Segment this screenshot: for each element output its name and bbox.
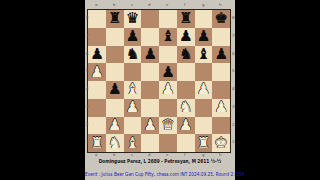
- black-pawn-b4[interactable]: ♟: [108, 82, 121, 97]
- square-d8[interactable]: [141, 10, 159, 28]
- black-knight-c6[interactable]: ♞: [126, 46, 139, 61]
- rank-label-left-8: 8: [86, 16, 89, 20]
- event-line: Event : Julius Baer Gen Cup Fifty, chess…: [85, 171, 235, 178]
- square-b6[interactable]: [106, 46, 124, 64]
- black-pawn-d6[interactable]: ♟: [143, 46, 156, 61]
- square-d4[interactable]: [141, 81, 159, 99]
- rank-label-right-6: 6: [232, 52, 235, 56]
- square-f8[interactable]: ♜: [177, 10, 195, 28]
- square-c1[interactable]: ♝: [124, 134, 142, 152]
- white-king-h1[interactable]: ♚: [214, 135, 227, 150]
- square-h2[interactable]: [212, 117, 230, 135]
- white-pawn-b2[interactable]: ♟: [108, 117, 121, 132]
- black-pawn-e5[interactable]: ♟: [161, 64, 174, 79]
- file-label-top-e: e: [166, 3, 168, 7]
- square-c3[interactable]: ♟: [124, 99, 142, 117]
- square-a4[interactable]: [88, 81, 106, 99]
- square-d1[interactable]: [141, 134, 159, 152]
- square-h3[interactable]: ♟: [212, 99, 230, 117]
- square-f3[interactable]: ♞: [177, 99, 195, 117]
- white-bishop-c1[interactable]: ♝: [126, 135, 139, 150]
- square-a6[interactable]: ♟: [88, 46, 106, 64]
- square-e8[interactable]: [159, 10, 177, 28]
- black-bishop-g6[interactable]: ♝: [197, 46, 210, 61]
- square-c7[interactable]: ♟: [124, 28, 142, 46]
- white-pawn-f2[interactable]: ♟: [179, 117, 192, 132]
- chess-board: ♜♛♜♚♟♝♟♟♟♞♟♞♝♟♟♟♟♝♟♟♟♞♟♟♟♛♟♜♞♝♜♚: [87, 9, 231, 153]
- square-e4[interactable]: ♟: [159, 81, 177, 99]
- square-e1[interactable]: [159, 134, 177, 152]
- file-label-bottom-b: b: [113, 153, 116, 157]
- square-b8[interactable]: ♜: [106, 10, 124, 28]
- rank-label-left-7: 7: [86, 34, 89, 38]
- file-label-bottom-a: a: [95, 153, 97, 157]
- file-label-top-h: h: [219, 3, 222, 7]
- rank-label-left-1: 1: [86, 140, 89, 144]
- rank-label-right-2: 2: [232, 123, 235, 127]
- square-a7[interactable]: [88, 28, 106, 46]
- square-f7[interactable]: ♟: [177, 28, 195, 46]
- black-rook-f8[interactable]: ♜: [179, 11, 192, 26]
- file-label-top-d: d: [148, 3, 151, 7]
- square-f4[interactable]: [177, 81, 195, 99]
- square-b1[interactable]: ♞: [106, 134, 124, 152]
- file-label-top-f: f: [184, 3, 185, 7]
- white-pawn-e4[interactable]: ♟: [161, 82, 174, 97]
- square-g6[interactable]: ♝: [195, 46, 213, 64]
- rank-label-left-2: 2: [86, 123, 89, 127]
- square-e3[interactable]: [159, 99, 177, 117]
- square-b4[interactable]: ♟: [106, 81, 124, 99]
- square-f2[interactable]: ♟: [177, 117, 195, 135]
- square-b2[interactable]: ♟: [106, 117, 124, 135]
- black-rook-b8[interactable]: ♜: [108, 11, 121, 26]
- players-result-line: Dominguez Perez, L 2689 - Petrosyan, M 2…: [85, 158, 235, 165]
- square-a5[interactable]: ♟: [88, 63, 106, 81]
- black-pawn-h6[interactable]: ♟: [214, 46, 227, 61]
- pillarbox-right: [235, 0, 320, 180]
- file-label-bottom-c: c: [131, 153, 133, 157]
- square-e5[interactable]: ♟: [159, 63, 177, 81]
- file-label-bottom-g: g: [202, 153, 205, 157]
- white-knight-b1[interactable]: ♞: [108, 135, 121, 150]
- square-d5[interactable]: [141, 63, 159, 81]
- square-b5[interactable]: [106, 63, 124, 81]
- square-d7[interactable]: [141, 28, 159, 46]
- square-e6[interactable]: [159, 46, 177, 64]
- rank-label-left-4: 4: [86, 87, 89, 91]
- square-d2[interactable]: ♟: [141, 117, 159, 135]
- square-a3[interactable]: [88, 99, 106, 117]
- rank-label-right-7: 7: [232, 34, 235, 38]
- black-pawn-a6[interactable]: ♟: [90, 46, 103, 61]
- square-g7[interactable]: ♟: [195, 28, 213, 46]
- black-pawn-f7[interactable]: ♟: [179, 29, 192, 44]
- file-label-top-b: b: [113, 3, 116, 7]
- file-label-top-g: g: [202, 3, 205, 7]
- white-pawn-a5[interactable]: ♟: [90, 64, 103, 79]
- square-c5[interactable]: [124, 63, 142, 81]
- square-d6[interactable]: ♟: [141, 46, 159, 64]
- square-h4[interactable]: [212, 81, 230, 99]
- square-a8[interactable]: [88, 10, 106, 28]
- white-pawn-h3[interactable]: ♟: [214, 100, 227, 115]
- square-c8[interactable]: ♛: [124, 10, 142, 28]
- rank-label-right-8: 8: [232, 16, 235, 20]
- square-c2[interactable]: [124, 117, 142, 135]
- rank-label-right-4: 4: [232, 87, 235, 91]
- square-g4[interactable]: ♟: [195, 81, 213, 99]
- black-pawn-c7[interactable]: ♟: [126, 29, 139, 44]
- square-g5[interactable]: [195, 63, 213, 81]
- square-b7[interactable]: [106, 28, 124, 46]
- square-h1[interactable]: ♚: [212, 134, 230, 152]
- square-g1[interactable]: ♜: [195, 134, 213, 152]
- square-h5[interactable]: [212, 63, 230, 81]
- square-g8[interactable]: [195, 10, 213, 28]
- black-king-h8[interactable]: ♚: [214, 11, 227, 26]
- square-f6[interactable]: ♞: [177, 46, 195, 64]
- square-e7[interactable]: ♝: [159, 28, 177, 46]
- black-knight-f6[interactable]: ♞: [179, 46, 192, 61]
- square-b3[interactable]: [106, 99, 124, 117]
- square-h7[interactable]: [212, 28, 230, 46]
- rank-label-right-5: 5: [232, 69, 235, 73]
- square-h8[interactable]: ♚: [212, 10, 230, 28]
- square-c6[interactable]: ♞: [124, 46, 142, 64]
- square-g2[interactable]: [195, 117, 213, 135]
- square-c4[interactable]: ♝: [124, 81, 142, 99]
- rank-label-right-3: 3: [232, 105, 235, 109]
- black-bishop-e7[interactable]: ♝: [161, 29, 174, 44]
- square-a2[interactable]: [88, 117, 106, 135]
- white-bishop-c4[interactable]: ♝: [126, 82, 139, 97]
- rank-label-right-1: 1: [232, 140, 235, 144]
- square-d3[interactable]: [141, 99, 159, 117]
- white-pawn-g4[interactable]: ♟: [197, 82, 210, 97]
- black-queen-c8[interactable]: ♛: [126, 11, 139, 26]
- square-f1[interactable]: [177, 134, 195, 152]
- file-label-bottom-h: h: [219, 153, 222, 157]
- file-label-bottom-f: f: [184, 153, 185, 157]
- rank-label-left-5: 5: [86, 69, 89, 73]
- white-queen-e2[interactable]: ♛: [161, 117, 174, 132]
- square-g3[interactable]: [195, 99, 213, 117]
- square-f5[interactable]: [177, 63, 195, 81]
- file-label-top-c: c: [131, 3, 133, 7]
- rank-label-left-6: 6: [86, 52, 89, 56]
- white-rook-a1[interactable]: ♜: [90, 135, 103, 150]
- square-h6[interactable]: ♟: [212, 46, 230, 64]
- white-knight-f3[interactable]: ♞: [179, 100, 192, 115]
- chess-viewer: ♜♛♜♚♟♝♟♟♟♞♟♞♝♟♟♟♟♝♟♟♟♞♟♟♟♛♟♜♞♝♜♚ aabbccd…: [85, 0, 235, 180]
- square-e2[interactable]: ♛: [159, 117, 177, 135]
- game-info-footer: Dominguez Perez, L 2689 - Petrosyan, M 2…: [85, 158, 235, 180]
- file-label-top-a: a: [95, 3, 97, 7]
- pillarbox-left: [0, 0, 85, 180]
- black-pawn-g7[interactable]: ♟: [197, 29, 210, 44]
- file-label-bottom-e: e: [166, 153, 168, 157]
- square-a1[interactable]: ♜: [88, 134, 106, 152]
- white-pawn-d2[interactable]: ♟: [143, 117, 156, 132]
- white-pawn-c3[interactable]: ♟: [126, 100, 139, 115]
- rank-label-left-3: 3: [86, 105, 89, 109]
- file-label-bottom-d: d: [148, 153, 151, 157]
- white-rook-g1[interactable]: ♜: [197, 135, 210, 150]
